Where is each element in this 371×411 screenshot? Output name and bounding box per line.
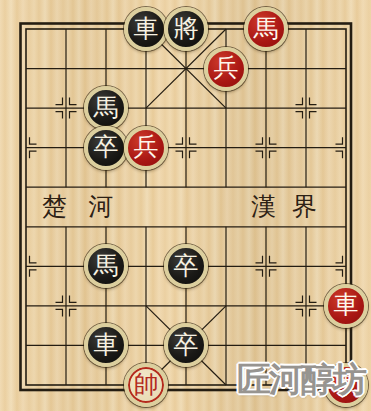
watermark-text: 匠河醇坊 [237,357,365,403]
piece-glyph: 車 [94,332,119,357]
piece-red-soldier[interactable]: 兵 [204,47,248,91]
piece-red-general[interactable]: 帥 [124,363,168,407]
piece-glyph: 卒 [94,134,119,159]
piece-glyph: 將 [174,16,199,41]
piece-glyph: 馬 [94,253,119,278]
piece-glyph: 馬 [254,16,279,41]
piece-glyph: 卒 [174,332,199,357]
piece-black-horse[interactable]: 馬 [84,86,128,130]
piece-red-soldier[interactable]: 兵 [124,126,168,170]
piece-glyph: 馬 [94,95,119,120]
piece-glyph: 兵 [214,55,239,80]
piece-glyph: 車 [134,16,159,41]
piece-red-horse[interactable]: 馬 [244,7,288,51]
piece-black-soldier[interactable]: 卒 [164,244,208,288]
piece-red-chariot[interactable]: 車 [324,284,368,328]
piece-glyph: 兵 [134,134,159,159]
piece-glyph: 車 [334,292,359,317]
river-label-right: 漢界 [251,190,333,224]
xiangqi-board: 楚河 漢界 車將馬兵馬卒兵馬卒車車卒帥車 匠河醇坊 [0,0,371,411]
piece-black-soldier[interactable]: 卒 [84,126,128,170]
piece-black-general[interactable]: 將 [164,7,208,51]
piece-glyph: 卒 [174,253,199,278]
piece-black-horse[interactable]: 馬 [84,244,128,288]
piece-black-chariot[interactable]: 車 [124,7,168,51]
piece-glyph: 帥 [134,372,159,397]
river-label-left: 楚河 [42,190,134,224]
